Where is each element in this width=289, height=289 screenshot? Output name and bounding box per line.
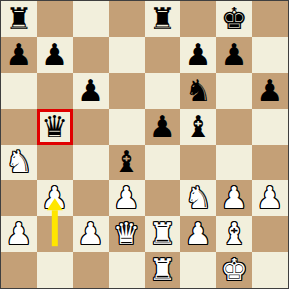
square-d7[interactable] bbox=[109, 37, 145, 73]
square-e1[interactable]: ♜ bbox=[145, 252, 181, 288]
square-a5[interactable] bbox=[1, 109, 37, 145]
square-a6[interactable] bbox=[1, 73, 37, 109]
piece-black-bishop-f5[interactable]: ♝ bbox=[185, 112, 212, 142]
square-h3[interactable]: ♟ bbox=[252, 180, 288, 216]
square-f6[interactable]: ♞ bbox=[180, 73, 216, 109]
square-h5[interactable] bbox=[252, 109, 288, 145]
piece-black-pawn-a7[interactable]: ♟ bbox=[5, 40, 32, 70]
square-f5[interactable]: ♝ bbox=[180, 109, 216, 145]
piece-black-rook-a8[interactable]: ♜ bbox=[5, 4, 32, 34]
square-f3[interactable]: ♞ bbox=[180, 180, 216, 216]
square-g2[interactable]: ♝ bbox=[216, 216, 252, 252]
square-g1[interactable]: ♚ bbox=[216, 252, 252, 288]
square-d5[interactable] bbox=[109, 109, 145, 145]
square-e4[interactable] bbox=[145, 145, 181, 181]
square-f2[interactable]: ♟ bbox=[180, 216, 216, 252]
piece-black-pawn-e5[interactable]: ♟ bbox=[149, 112, 176, 142]
square-a1[interactable] bbox=[1, 252, 37, 288]
square-b7[interactable]: ♟ bbox=[37, 37, 73, 73]
square-c5[interactable] bbox=[73, 109, 109, 145]
piece-black-knight-f6[interactable]: ♞ bbox=[185, 76, 212, 106]
square-d8[interactable] bbox=[109, 1, 145, 37]
square-a4[interactable]: ♞ bbox=[1, 145, 37, 181]
piece-white-king-g1[interactable]: ♚ bbox=[221, 255, 248, 285]
piece-white-bishop-g2[interactable]: ♝ bbox=[221, 219, 248, 249]
square-g3[interactable]: ♟ bbox=[216, 180, 252, 216]
square-g8[interactable]: ♚ bbox=[216, 1, 252, 37]
chess-board: ♜♜♚♟♟♟♟♟♞♟♛♟♝♞♝♟♟♞♟♟♟♟♛♜♟♝♜♚ bbox=[0, 0, 289, 289]
square-h2[interactable] bbox=[252, 216, 288, 252]
piece-white-knight-f3[interactable]: ♞ bbox=[185, 183, 212, 213]
piece-black-bishop-d4[interactable]: ♝ bbox=[113, 147, 140, 177]
square-f7[interactable]: ♟ bbox=[180, 37, 216, 73]
piece-black-pawn-h6[interactable]: ♟ bbox=[257, 76, 284, 106]
piece-black-pawn-g7[interactable]: ♟ bbox=[221, 40, 248, 70]
piece-black-pawn-b7[interactable]: ♟ bbox=[41, 40, 68, 70]
square-f4[interactable] bbox=[180, 145, 216, 181]
square-b5-highlighted[interactable]: ♛ bbox=[37, 109, 73, 145]
square-a8[interactable]: ♜ bbox=[1, 1, 37, 37]
piece-white-pawn-b3[interactable]: ♟ bbox=[41, 183, 68, 213]
square-e7[interactable] bbox=[145, 37, 181, 73]
piece-black-rook-e8[interactable]: ♜ bbox=[149, 4, 176, 34]
square-e5[interactable]: ♟ bbox=[145, 109, 181, 145]
piece-white-pawn-d3[interactable]: ♟ bbox=[113, 183, 140, 213]
piece-white-knight-a4[interactable]: ♞ bbox=[5, 147, 32, 177]
chess-board-grid: ♜♜♚♟♟♟♟♟♞♟♛♟♝♞♝♟♟♞♟♟♟♟♛♜♟♝♜♚ bbox=[1, 1, 288, 288]
square-f8[interactable] bbox=[180, 1, 216, 37]
square-a3[interactable] bbox=[1, 180, 37, 216]
square-d1[interactable] bbox=[109, 252, 145, 288]
square-d2[interactable]: ♛ bbox=[109, 216, 145, 252]
square-c1[interactable] bbox=[73, 252, 109, 288]
piece-white-pawn-a2[interactable]: ♟ bbox=[5, 219, 32, 249]
square-b2[interactable] bbox=[37, 216, 73, 252]
square-h6[interactable]: ♟ bbox=[252, 73, 288, 109]
piece-white-pawn-c2[interactable]: ♟ bbox=[77, 219, 104, 249]
square-h8[interactable] bbox=[252, 1, 288, 37]
square-g7[interactable]: ♟ bbox=[216, 37, 252, 73]
piece-white-pawn-h3[interactable]: ♟ bbox=[257, 183, 284, 213]
square-g4[interactable] bbox=[216, 145, 252, 181]
piece-white-rook-e1[interactable]: ♜ bbox=[149, 255, 176, 285]
piece-black-queen-b5[interactable]: ♛ bbox=[41, 112, 68, 142]
square-g5[interactable] bbox=[216, 109, 252, 145]
square-b4[interactable] bbox=[37, 145, 73, 181]
square-d6[interactable] bbox=[109, 73, 145, 109]
square-c3[interactable] bbox=[73, 180, 109, 216]
square-e3[interactable] bbox=[145, 180, 181, 216]
square-h4[interactable] bbox=[252, 145, 288, 181]
square-h1[interactable] bbox=[252, 252, 288, 288]
piece-white-pawn-f2[interactable]: ♟ bbox=[185, 219, 212, 249]
square-a7[interactable]: ♟ bbox=[1, 37, 37, 73]
square-c7[interactable] bbox=[73, 37, 109, 73]
square-b6[interactable] bbox=[37, 73, 73, 109]
square-c4[interactable] bbox=[73, 145, 109, 181]
square-c2[interactable]: ♟ bbox=[73, 216, 109, 252]
square-d4[interactable]: ♝ bbox=[109, 145, 145, 181]
square-b8[interactable] bbox=[37, 1, 73, 37]
square-b3[interactable]: ♟ bbox=[37, 180, 73, 216]
piece-white-rook-e2[interactable]: ♜ bbox=[149, 219, 176, 249]
square-b1[interactable] bbox=[37, 252, 73, 288]
square-e8[interactable]: ♜ bbox=[145, 1, 181, 37]
square-c6[interactable]: ♟ bbox=[73, 73, 109, 109]
square-h7[interactable] bbox=[252, 37, 288, 73]
piece-black-king-g8[interactable]: ♚ bbox=[221, 4, 248, 34]
piece-black-pawn-f7[interactable]: ♟ bbox=[185, 40, 212, 70]
square-e2[interactable]: ♜ bbox=[145, 216, 181, 252]
piece-white-pawn-g3[interactable]: ♟ bbox=[221, 183, 248, 213]
square-a2[interactable]: ♟ bbox=[1, 216, 37, 252]
square-d3[interactable]: ♟ bbox=[109, 180, 145, 216]
square-g6[interactable] bbox=[216, 73, 252, 109]
piece-black-pawn-c6[interactable]: ♟ bbox=[77, 76, 104, 106]
square-e6[interactable] bbox=[145, 73, 181, 109]
piece-white-queen-d2[interactable]: ♛ bbox=[113, 219, 140, 249]
square-f1[interactable] bbox=[180, 252, 216, 288]
square-c8[interactable] bbox=[73, 1, 109, 37]
